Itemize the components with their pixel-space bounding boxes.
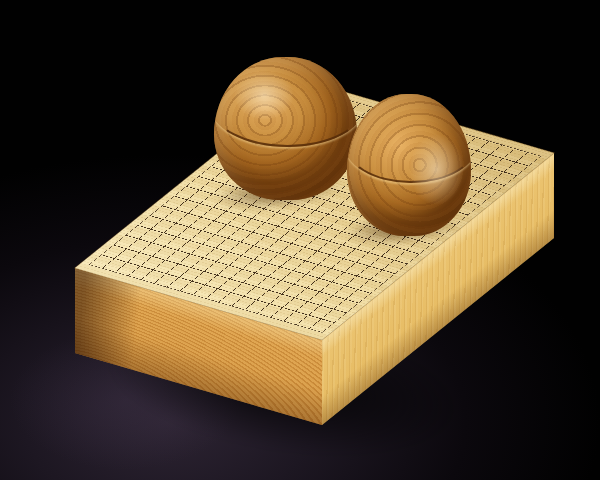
bowl-highlight [409,134,464,205]
go-bowl-right[interactable] [347,94,471,236]
go-bowl-left[interactable] [214,57,357,200]
photo-stage [0,0,600,480]
bowl-highlight [234,71,294,120]
